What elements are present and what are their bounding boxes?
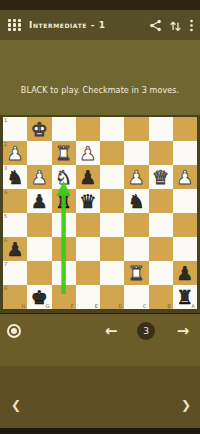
square-g2[interactable] — [27, 141, 51, 165]
move-counter-badge: 3 — [137, 322, 155, 340]
rank-label-4: 4 — [4, 189, 7, 195]
puzzle-pager: ❮ ❯ — [0, 366, 200, 428]
square-h6[interactable]: 6♟ — [3, 237, 27, 261]
square-a6[interactable] — [173, 237, 197, 261]
board-frame: 1♚2♟♜♟3♞♟♞♟♟♛♟4♟♜♛♞56♟7♜♟8HG♚FEDCBA♜ — [0, 115, 200, 313]
square-c5[interactable] — [124, 213, 148, 237]
piece-black-pawn-a7[interactable]: ♟ — [173, 261, 197, 285]
square-c1[interactable] — [124, 117, 148, 141]
square-d7[interactable] — [100, 261, 124, 285]
square-d8[interactable]: D — [100, 285, 124, 309]
square-e6[interactable] — [76, 237, 100, 261]
square-a5[interactable] — [173, 213, 197, 237]
piece-white-king-g1[interactable]: ♚ — [27, 117, 51, 141]
arrow-left-icon[interactable]: ← — [100, 320, 122, 342]
file-label-e: E — [95, 303, 98, 309]
status-bar — [0, 0, 200, 10]
chess-board: 1♚2♟♜♟3♞♟♞♟♟♛♟4♟♜♛♞56♟7♜♟8HG♚FEDCBA♜ — [3, 117, 197, 309]
move-controls: ← 3 → — [0, 314, 200, 366]
square-g3[interactable]: ♟ — [27, 165, 51, 189]
piece-black-knight-h3[interactable]: ♞ — [3, 165, 27, 189]
file-label-d: D — [118, 303, 122, 309]
file-label-f: F — [71, 303, 74, 309]
square-e2[interactable]: ♟ — [76, 141, 100, 165]
app-root: Intermediate - 1 — [0, 0, 200, 434]
piece-white-pawn-e2[interactable]: ♟ — [76, 141, 100, 165]
square-b7[interactable] — [149, 261, 173, 285]
piece-black-pawn-e3[interactable]: ♟ — [76, 165, 100, 189]
piece-white-pawn-g3[interactable]: ♟ — [27, 165, 51, 189]
square-c4[interactable]: ♞ — [124, 189, 148, 213]
square-g4[interactable]: ♟ — [27, 189, 51, 213]
piece-white-knight-f3[interactable]: ♞ — [52, 165, 76, 189]
square-c3[interactable]: ♟ — [124, 165, 148, 189]
square-h8[interactable]: 8H — [3, 285, 27, 309]
square-a2[interactable] — [173, 141, 197, 165]
piece-black-pawn-g4[interactable]: ♟ — [27, 189, 51, 213]
square-d1[interactable] — [100, 117, 124, 141]
square-b3[interactable]: ♛ — [149, 165, 173, 189]
square-d2[interactable] — [100, 141, 124, 165]
square-g7[interactable] — [27, 261, 51, 285]
file-label-b: B — [167, 303, 170, 309]
file-label-c: C — [143, 303, 147, 309]
piece-white-pawn-a3[interactable]: ♟ — [173, 165, 197, 189]
square-f7[interactable] — [52, 261, 76, 285]
square-e4[interactable]: ♛ — [76, 189, 100, 213]
square-h5[interactable]: 5 — [3, 213, 27, 237]
next-puzzle-chevron[interactable]: ❯ — [181, 398, 191, 412]
square-b4[interactable] — [149, 189, 173, 213]
square-e7[interactable] — [76, 261, 100, 285]
square-g6[interactable] — [27, 237, 51, 261]
bottom-strip — [0, 428, 200, 434]
square-b8[interactable]: B — [149, 285, 173, 309]
rank-label-8: 8 — [4, 285, 7, 291]
square-e1[interactable] — [76, 117, 100, 141]
square-e5[interactable] — [76, 213, 100, 237]
piece-black-queen-e4[interactable]: ♛ — [76, 189, 100, 213]
square-b2[interactable] — [149, 141, 173, 165]
prev-puzzle-chevron[interactable]: ❮ — [11, 398, 21, 412]
square-g5[interactable] — [27, 213, 51, 237]
square-h2[interactable]: 2♟ — [3, 141, 27, 165]
square-f1[interactable] — [52, 117, 76, 141]
piece-black-pawn-h6[interactable]: ♟ — [3, 237, 27, 261]
share-icon[interactable] — [149, 19, 162, 32]
square-f2[interactable]: ♜ — [52, 141, 76, 165]
square-h1[interactable]: 1 — [3, 117, 27, 141]
rank-label-7: 7 — [4, 261, 7, 267]
piece-white-queen-b3[interactable]: ♛ — [149, 165, 173, 189]
square-a3[interactable]: ♟ — [173, 165, 197, 189]
kebab-menu-icon[interactable] — [189, 19, 194, 32]
square-f5[interactable] — [52, 213, 76, 237]
square-c7[interactable]: ♜ — [124, 261, 148, 285]
square-b6[interactable] — [149, 237, 173, 261]
square-g1[interactable]: ♚ — [27, 117, 51, 141]
piece-white-pawn-h2[interactable]: ♟ — [3, 141, 27, 165]
square-f4[interactable]: ♜ — [52, 189, 76, 213]
square-c2[interactable] — [124, 141, 148, 165]
square-c8[interactable]: C — [124, 285, 148, 309]
square-h3[interactable]: 3♞ — [3, 165, 27, 189]
square-d3[interactable] — [100, 165, 124, 189]
piece-black-knight-c4[interactable]: ♞ — [124, 189, 148, 213]
piece-white-rook-f2[interactable]: ♜ — [52, 141, 76, 165]
square-c6[interactable] — [124, 237, 148, 261]
file-label-h: H — [21, 303, 25, 309]
square-e8[interactable]: E — [76, 285, 100, 309]
stage: BLACK to play. Checkmate in 3 moves. 1♚2… — [0, 40, 200, 434]
square-b5[interactable] — [149, 213, 173, 237]
square-d4[interactable] — [100, 189, 124, 213]
arrow-right-icon[interactable]: → — [172, 320, 194, 342]
square-a4[interactable] — [173, 189, 197, 213]
app-header: Intermediate - 1 — [0, 10, 200, 40]
square-b1[interactable] — [149, 117, 173, 141]
square-h4[interactable]: 4 — [3, 189, 27, 213]
square-h7[interactable]: 7 — [3, 261, 27, 285]
square-e3[interactable]: ♟ — [76, 165, 100, 189]
piece-black-rook-f4[interactable]: ♜ — [52, 189, 76, 213]
square-g8[interactable]: G♚ — [27, 285, 51, 309]
square-f8[interactable]: F — [52, 285, 76, 309]
square-d6[interactable] — [100, 237, 124, 261]
rank-label-5: 5 — [4, 213, 7, 219]
square-a8[interactable]: A♜ — [173, 285, 197, 309]
record-icon[interactable] — [7, 324, 21, 338]
rank-label-1: 1 — [4, 117, 7, 123]
menu-grid-icon[interactable] — [8, 19, 21, 32]
square-f3[interactable]: ♞ — [52, 165, 76, 189]
square-a7[interactable]: ♟ — [173, 261, 197, 285]
page-title: Intermediate - 1 — [29, 20, 149, 30]
piece-black-rook-a8[interactable]: ♜ — [173, 285, 197, 309]
square-f6[interactable] — [52, 237, 76, 261]
piece-white-pawn-c3[interactable]: ♟ — [124, 165, 148, 189]
puzzle-instruction: BLACK to play. Checkmate in 3 moves. — [0, 86, 200, 95]
piece-white-rook-c7[interactable]: ♜ — [124, 261, 148, 285]
square-d5[interactable] — [100, 213, 124, 237]
sort-arrows-icon[interactable] — [169, 19, 182, 32]
piece-black-king-g8[interactable]: ♚ — [27, 285, 51, 309]
square-a1[interactable] — [173, 117, 197, 141]
